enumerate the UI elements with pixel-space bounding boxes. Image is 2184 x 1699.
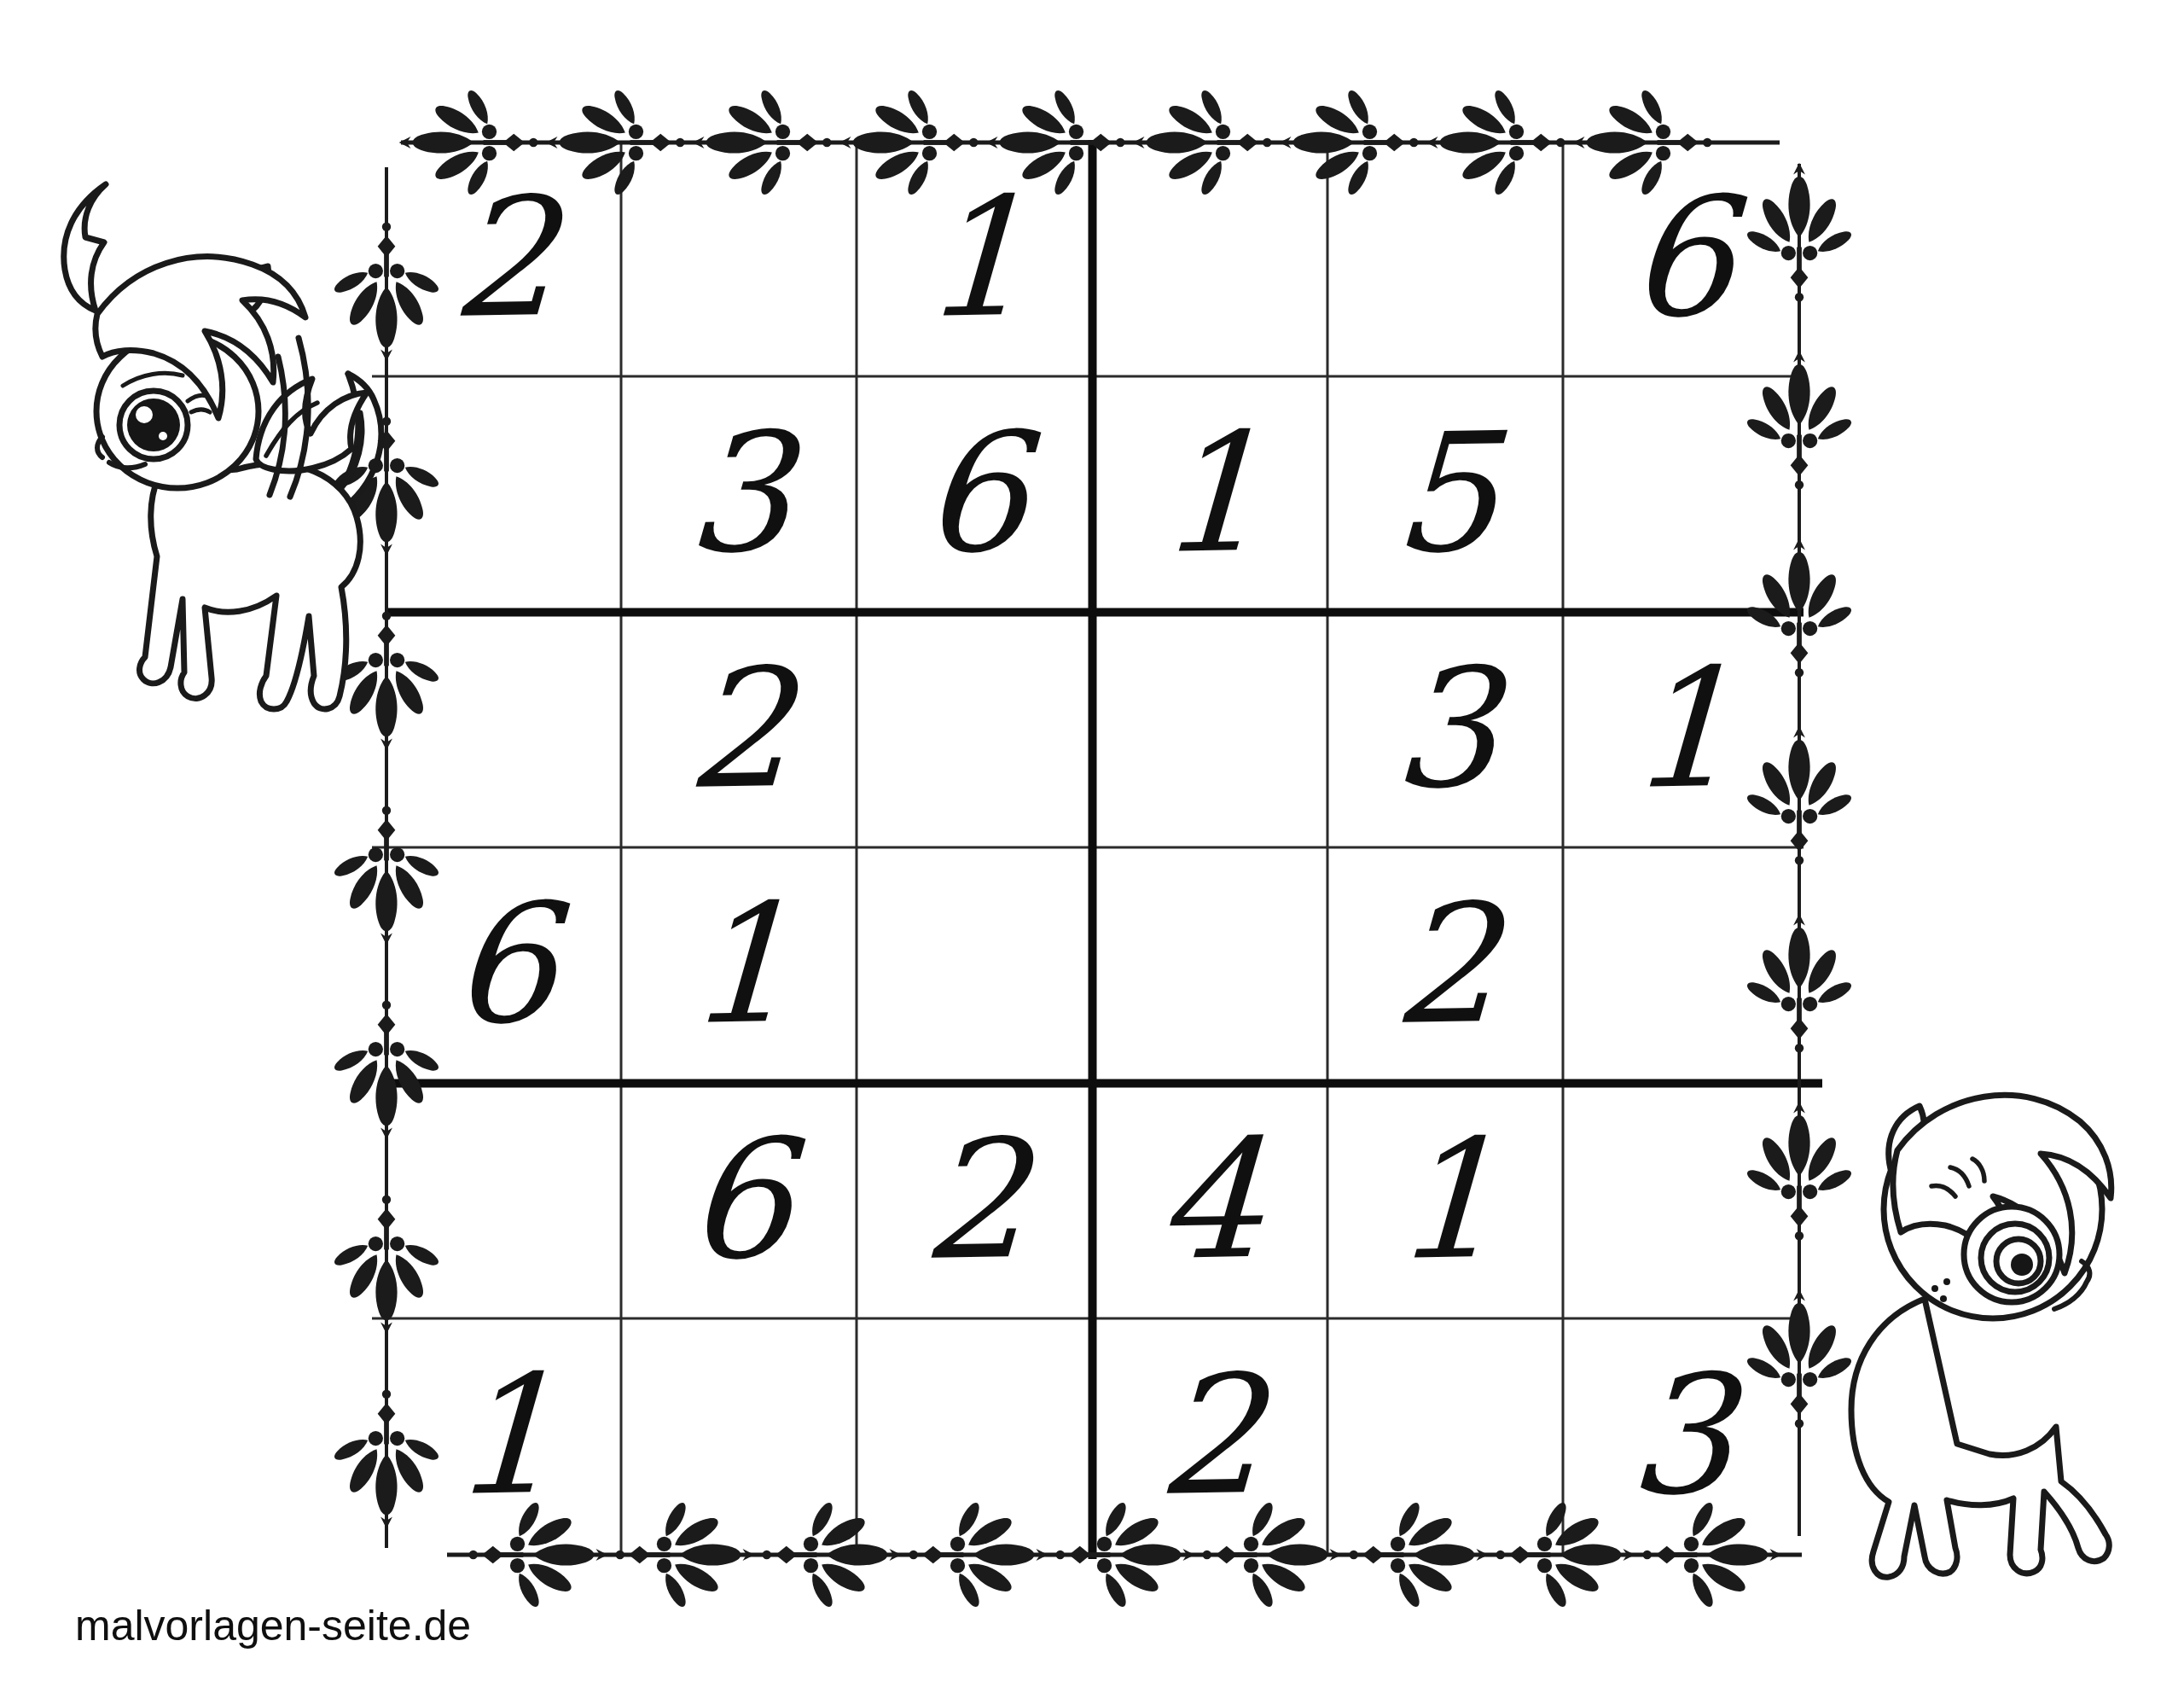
cell-r2c2: 3 xyxy=(617,375,861,614)
cell-r5c4: 4 xyxy=(1088,1081,1332,1321)
cell-r5c3: 2 xyxy=(852,1081,1096,1321)
cell-r4c5: 2 xyxy=(1323,846,1567,1085)
cell-r4c3[interactable] xyxy=(852,846,1096,1085)
cell-r2c5: 5 xyxy=(1323,375,1567,614)
cell-r3c1[interactable] xyxy=(381,610,625,850)
sudoku-cells: 21636152316126241123 xyxy=(386,141,1798,1554)
cell-r5c6[interactable] xyxy=(1559,1081,1803,1321)
cell-r2c1[interactable] xyxy=(381,375,625,614)
curly-mane-pony-illustration xyxy=(1851,1095,2111,1577)
cell-r3c2: 2 xyxy=(617,610,861,850)
cell-r4c6[interactable] xyxy=(1559,846,1803,1085)
pegasus-pony-illustration xyxy=(64,184,381,709)
cell-r1c2[interactable] xyxy=(617,139,861,379)
cell-r4c1: 6 xyxy=(381,846,625,1085)
cell-r1c5[interactable] xyxy=(1323,139,1567,379)
cell-r5c1[interactable] xyxy=(381,1081,625,1321)
cell-r4c2: 1 xyxy=(617,846,861,1085)
cell-r3c4[interactable] xyxy=(1088,610,1332,850)
cell-r3c3[interactable] xyxy=(852,610,1096,850)
cell-r6c4: 2 xyxy=(1088,1317,1332,1556)
cell-r1c4[interactable] xyxy=(1088,139,1332,379)
cell-r4c4[interactable] xyxy=(1088,846,1332,1085)
cell-r6c3[interactable] xyxy=(852,1317,1096,1556)
cell-r6c1: 1 xyxy=(381,1317,625,1556)
cell-r3c5: 3 xyxy=(1323,610,1567,850)
cell-r6c2[interactable] xyxy=(617,1317,861,1556)
cell-r1c3: 1 xyxy=(852,139,1096,379)
cell-r2c3: 6 xyxy=(852,375,1096,614)
cell-r5c5: 1 xyxy=(1323,1081,1567,1321)
cell-r6c6: 3 xyxy=(1559,1317,1803,1556)
cell-r1c6: 6 xyxy=(1559,139,1803,379)
cell-r6c5[interactable] xyxy=(1323,1317,1567,1556)
cell-r5c2: 6 xyxy=(617,1081,861,1321)
cell-r2c6[interactable] xyxy=(1559,375,1803,614)
cell-r2c4: 1 xyxy=(1088,375,1332,614)
cell-r3c6: 1 xyxy=(1559,610,1803,850)
cell-r1c1: 2 xyxy=(381,139,625,379)
sudoku-coloring-page: { "game": "sudoku", "variant": "6x6 kids… xyxy=(0,0,2184,1699)
watermark-text: malvorlagen-seite.de xyxy=(75,1601,471,1650)
